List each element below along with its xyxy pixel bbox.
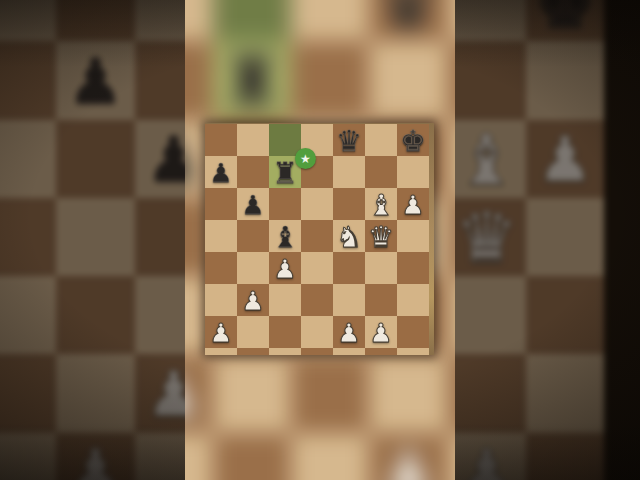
square-g7[interactable] xyxy=(365,156,397,188)
square-d7: ♜ xyxy=(213,41,291,119)
piece-white-b-g6[interactable]: ♝ xyxy=(368,191,394,220)
square-h4[interactable] xyxy=(397,252,429,284)
square-f8: ♛ xyxy=(369,0,447,41)
square-f4[interactable] xyxy=(333,252,365,284)
square-c4[interactable] xyxy=(237,252,269,284)
square-e6[interactable] xyxy=(301,188,333,220)
square-e8 xyxy=(291,0,369,41)
square-f5[interactable]: ♞ xyxy=(333,220,365,252)
square-b8[interactable] xyxy=(205,124,237,156)
square-c3[interactable]: ♟ xyxy=(237,284,269,316)
square-c3: ♟ xyxy=(185,354,213,432)
square-d3[interactable] xyxy=(269,284,301,316)
square-c5[interactable] xyxy=(237,220,269,252)
puzzle-board-window: ♛♚♟♜♟♝♟♝♞♛♟♟♟♟♟ ★ xyxy=(205,123,434,355)
square-c2[interactable] xyxy=(237,316,269,348)
square-h2[interactable] xyxy=(397,316,429,348)
square-h6[interactable]: ♟ xyxy=(397,188,429,220)
square-g5[interactable]: ♛ xyxy=(365,220,397,252)
chess-board: ♛♚♟♜♟♝♟♝♞♛♟♟♟♟♟ xyxy=(205,124,429,355)
square-f2[interactable]: ♟ xyxy=(333,316,365,348)
piece-white-p-c3[interactable]: ♟ xyxy=(241,288,264,314)
piece-black-q-f8: ♛ xyxy=(377,0,440,38)
square-d2 xyxy=(213,433,291,480)
piece-white-p-f2[interactable]: ♟ xyxy=(337,320,360,346)
square-g1[interactable] xyxy=(365,348,397,355)
square-e7 xyxy=(291,41,369,119)
piece-white-p-c3: ♟ xyxy=(185,363,202,426)
square-h3[interactable] xyxy=(397,284,429,316)
square-d4[interactable]: ♟ xyxy=(269,252,301,284)
square-g6: ♝ xyxy=(448,120,456,198)
piece-black-k-h8[interactable]: ♚ xyxy=(400,127,426,156)
square-e2[interactable] xyxy=(301,316,333,348)
square-c8 xyxy=(185,0,213,41)
square-d1[interactable] xyxy=(269,348,301,355)
piece-black-p-c6[interactable]: ♟ xyxy=(241,192,264,218)
piece-white-q-g5[interactable]: ♛ xyxy=(368,223,394,252)
square-d5[interactable]: ♝ xyxy=(269,220,301,252)
square-e5[interactable] xyxy=(301,220,333,252)
square-d8 xyxy=(213,0,291,41)
square-d2[interactable] xyxy=(269,316,301,348)
square-b7[interactable]: ♟ xyxy=(205,156,237,188)
square-f1[interactable] xyxy=(333,348,365,355)
square-h7[interactable] xyxy=(397,156,429,188)
square-b6[interactable] xyxy=(205,188,237,220)
square-h1[interactable] xyxy=(397,348,429,355)
square-f6[interactable] xyxy=(333,188,365,220)
piece-black-r-d7[interactable]: ♜ xyxy=(272,159,298,188)
square-g2[interactable]: ♟ xyxy=(365,316,397,348)
square-g4 xyxy=(448,276,456,354)
piece-black-r-d7: ♜ xyxy=(220,46,283,116)
square-f7[interactable] xyxy=(333,156,365,188)
square-c2 xyxy=(185,433,213,480)
piece-white-p-g2[interactable]: ♟ xyxy=(369,320,392,346)
square-c1[interactable] xyxy=(237,348,269,355)
piece-white-p-d4[interactable]: ♟ xyxy=(273,256,296,282)
square-d6[interactable] xyxy=(269,188,301,220)
square-g3[interactable] xyxy=(365,284,397,316)
square-f8[interactable]: ♛ xyxy=(333,124,365,156)
video-frame: ♛♚♟♜♟♝♟♝♞♛♟♟♟♟♟ ♛♚♟♜♟♝♟♝♞♛♟♟♟♟♟ ♛♚♟♜♟♝♟♝… xyxy=(0,0,640,480)
square-g5: ♛ xyxy=(448,198,456,276)
piece-black-q-f8[interactable]: ♛ xyxy=(336,127,362,156)
piece-white-p-f2: ♟ xyxy=(380,441,436,480)
square-c6[interactable]: ♟ xyxy=(237,188,269,220)
square-c7[interactable] xyxy=(237,156,269,188)
square-b1[interactable] xyxy=(205,348,237,355)
square-e4[interactable] xyxy=(301,252,333,284)
square-f7 xyxy=(369,41,447,119)
square-d3 xyxy=(213,354,291,432)
square-b2[interactable]: ♟ xyxy=(205,316,237,348)
piece-black-p-c6: ♟ xyxy=(185,128,202,191)
square-f2: ♟ xyxy=(369,433,447,480)
square-g3 xyxy=(448,354,456,432)
best-move-star-badge: ★ xyxy=(295,148,316,169)
square-g6[interactable]: ♝ xyxy=(365,188,397,220)
square-g8 xyxy=(448,0,456,41)
square-g7 xyxy=(448,41,456,119)
square-f3 xyxy=(369,354,447,432)
square-c7 xyxy=(185,41,213,119)
square-g2: ♟ xyxy=(448,433,456,480)
square-b5[interactable] xyxy=(205,220,237,252)
square-b4[interactable] xyxy=(205,252,237,284)
square-g4[interactable] xyxy=(365,252,397,284)
square-f3[interactable] xyxy=(333,284,365,316)
square-b3[interactable] xyxy=(205,284,237,316)
piece-white-p-h6[interactable]: ♟ xyxy=(401,192,424,218)
square-g8[interactable] xyxy=(365,124,397,156)
piece-white-p-b2[interactable]: ♟ xyxy=(209,320,232,346)
piece-white-n-f5[interactable]: ♞ xyxy=(336,223,362,252)
piece-black-b-d5[interactable]: ♝ xyxy=(272,223,298,252)
square-c8[interactable] xyxy=(237,124,269,156)
piece-black-p-b7[interactable]: ♟ xyxy=(209,160,232,186)
square-h5[interactable] xyxy=(397,220,429,252)
square-e2 xyxy=(291,433,369,480)
square-e3 xyxy=(291,354,369,432)
square-h8[interactable]: ♚ xyxy=(397,124,429,156)
star-icon: ★ xyxy=(300,152,311,164)
square-e3[interactable] xyxy=(301,284,333,316)
square-e1[interactable] xyxy=(301,348,333,355)
